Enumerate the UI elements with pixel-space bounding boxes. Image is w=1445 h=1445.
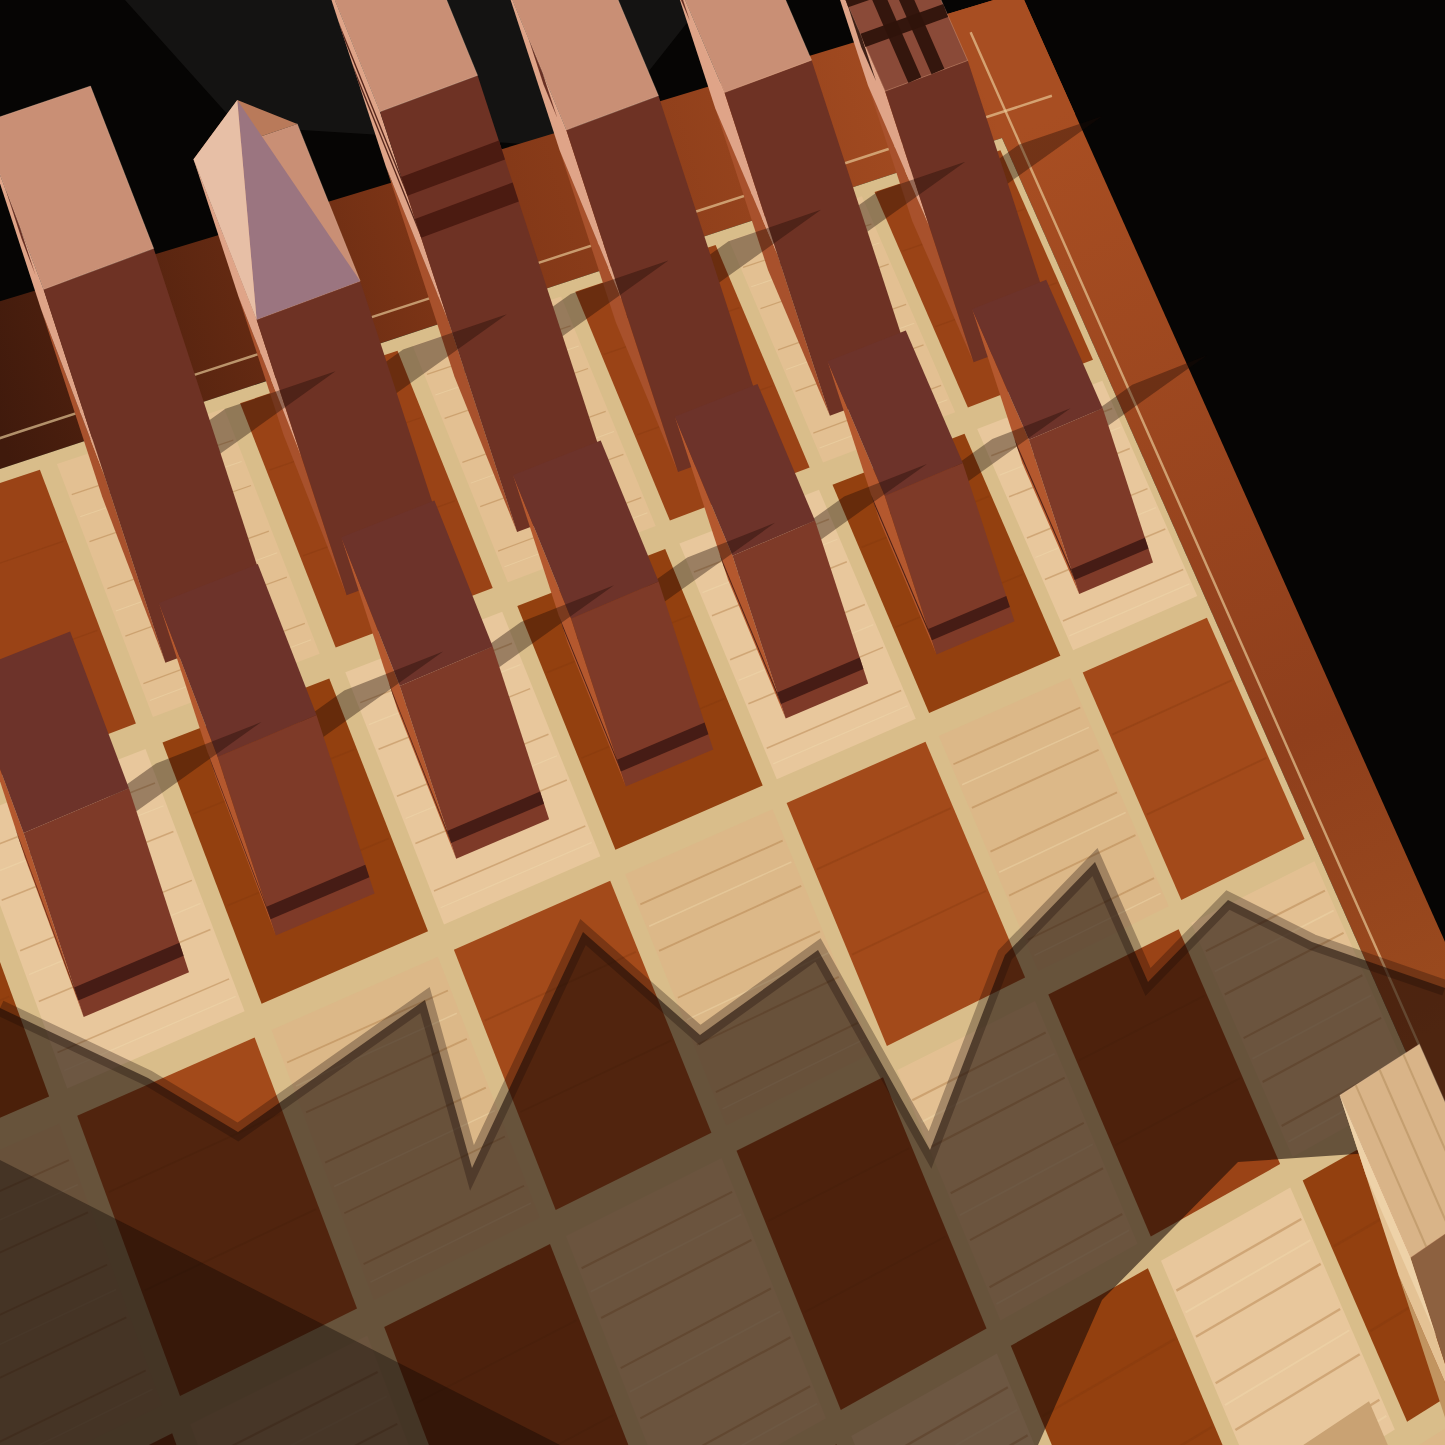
- chessboard-photo: [0, 0, 1445, 1445]
- photo-stage: [0, 0, 1445, 1445]
